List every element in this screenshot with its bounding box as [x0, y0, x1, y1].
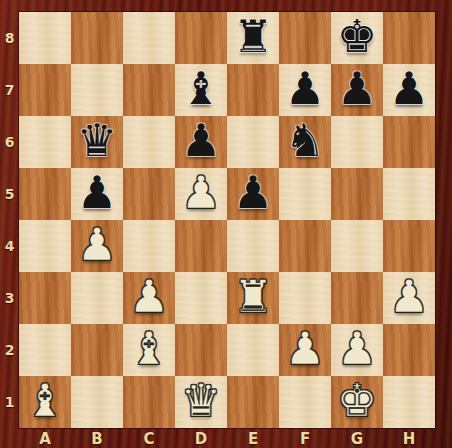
white-bishop-a1[interactable]: ♝ [19, 375, 71, 427]
square-f5[interactable] [279, 168, 331, 220]
square-g8[interactable]: ♚ [331, 12, 383, 64]
file-label-e: E [227, 429, 279, 448]
square-d2[interactable] [175, 324, 227, 376]
square-f6[interactable]: ♞ [279, 116, 331, 168]
square-f4[interactable] [279, 220, 331, 272]
square-g4[interactable] [331, 220, 383, 272]
rank-label-7: 7 [0, 64, 19, 116]
black-queen-b6[interactable]: ♛ [71, 115, 123, 167]
black-king-g8[interactable]: ♚ [331, 11, 383, 63]
white-pawn-d5[interactable]: ♟ [175, 167, 227, 219]
square-h3[interactable]: ♟ [383, 272, 435, 324]
file-label-b: B [71, 429, 123, 448]
file-label-g: G [331, 429, 383, 448]
white-pawn-c3[interactable]: ♟ [123, 271, 175, 323]
square-b5[interactable]: ♟ [71, 168, 123, 220]
square-h8[interactable] [383, 12, 435, 64]
white-queen-d1[interactable]: ♛ [175, 375, 227, 427]
square-d1[interactable]: ♛ [175, 376, 227, 428]
square-e7[interactable] [227, 64, 279, 116]
rank-label-4: 4 [0, 220, 19, 272]
square-b8[interactable] [71, 12, 123, 64]
square-b2[interactable] [71, 324, 123, 376]
square-e4[interactable] [227, 220, 279, 272]
file-label-c: C [123, 429, 175, 448]
square-g3[interactable] [331, 272, 383, 324]
square-a7[interactable] [19, 64, 71, 116]
square-a3[interactable] [19, 272, 71, 324]
square-b4[interactable]: ♟ [71, 220, 123, 272]
square-g5[interactable] [331, 168, 383, 220]
file-label-h: H [383, 429, 435, 448]
square-f8[interactable] [279, 12, 331, 64]
square-c8[interactable] [123, 12, 175, 64]
square-a6[interactable] [19, 116, 71, 168]
square-d6[interactable]: ♟ [175, 116, 227, 168]
black-rook-e8[interactable]: ♜ [227, 11, 279, 63]
file-label-d: D [175, 429, 227, 448]
black-pawn-b5[interactable]: ♟ [71, 167, 123, 219]
white-pawn-h3[interactable]: ♟ [383, 271, 435, 323]
square-e2[interactable] [227, 324, 279, 376]
chess-board-frame: ♜♚♝♟♟♟♛♟♞♟♟♟♟♟♜♟♝♟♟♝♛♚ 87654321 ABCDEFGH [0, 0, 452, 448]
rank-label-8: 8 [0, 12, 19, 64]
square-g6[interactable] [331, 116, 383, 168]
square-a5[interactable] [19, 168, 71, 220]
black-pawn-h7[interactable]: ♟ [383, 63, 435, 115]
square-b1[interactable] [71, 376, 123, 428]
square-a1[interactable]: ♝ [19, 376, 71, 428]
square-e8[interactable]: ♜ [227, 12, 279, 64]
square-b3[interactable] [71, 272, 123, 324]
square-d3[interactable] [175, 272, 227, 324]
square-g1[interactable]: ♚ [331, 376, 383, 428]
square-a8[interactable] [19, 12, 71, 64]
square-e1[interactable] [227, 376, 279, 428]
file-label-f: F [279, 429, 331, 448]
square-c2[interactable]: ♝ [123, 324, 175, 376]
square-f1[interactable] [279, 376, 331, 428]
square-a2[interactable] [19, 324, 71, 376]
rank-label-6: 6 [0, 116, 19, 168]
square-h5[interactable] [383, 168, 435, 220]
black-pawn-f7[interactable]: ♟ [279, 63, 331, 115]
black-bishop-d7[interactable]: ♝ [175, 63, 227, 115]
square-c6[interactable] [123, 116, 175, 168]
square-f2[interactable]: ♟ [279, 324, 331, 376]
rank-label-5: 5 [0, 168, 19, 220]
rank-label-2: 2 [0, 324, 19, 376]
square-d5[interactable]: ♟ [175, 168, 227, 220]
white-pawn-g2[interactable]: ♟ [331, 323, 383, 375]
black-pawn-g7[interactable]: ♟ [331, 63, 383, 115]
square-a4[interactable] [19, 220, 71, 272]
white-king-g1[interactable]: ♚ [331, 375, 383, 427]
black-knight-f6[interactable]: ♞ [279, 115, 331, 167]
square-g2[interactable]: ♟ [331, 324, 383, 376]
white-pawn-f2[interactable]: ♟ [279, 323, 331, 375]
rank-label-3: 3 [0, 272, 19, 324]
rank-label-1: 1 [0, 376, 19, 428]
square-f3[interactable] [279, 272, 331, 324]
square-b7[interactable] [71, 64, 123, 116]
chess-board: ♜♚♝♟♟♟♛♟♞♟♟♟♟♟♜♟♝♟♟♝♛♚ [19, 12, 435, 428]
square-c7[interactable] [123, 64, 175, 116]
black-pawn-d6[interactable]: ♟ [175, 115, 227, 167]
white-rook-e3[interactable]: ♜ [227, 271, 279, 323]
square-c4[interactable] [123, 220, 175, 272]
square-d7[interactable]: ♝ [175, 64, 227, 116]
square-e3[interactable]: ♜ [227, 272, 279, 324]
square-c3[interactable]: ♟ [123, 272, 175, 324]
square-h1[interactable] [383, 376, 435, 428]
square-h7[interactable]: ♟ [383, 64, 435, 116]
file-label-a: A [19, 429, 71, 448]
square-c5[interactable] [123, 168, 175, 220]
square-g7[interactable]: ♟ [331, 64, 383, 116]
square-h4[interactable] [383, 220, 435, 272]
square-b6[interactable]: ♛ [71, 116, 123, 168]
black-pawn-e5[interactable]: ♟ [227, 167, 279, 219]
white-bishop-c2[interactable]: ♝ [123, 323, 175, 375]
square-d4[interactable] [175, 220, 227, 272]
square-h2[interactable] [383, 324, 435, 376]
square-c1[interactable] [123, 376, 175, 428]
square-e6[interactable] [227, 116, 279, 168]
square-h6[interactable] [383, 116, 435, 168]
white-pawn-b4[interactable]: ♟ [71, 219, 123, 271]
square-e5[interactable]: ♟ [227, 168, 279, 220]
square-d8[interactable] [175, 12, 227, 64]
square-f7[interactable]: ♟ [279, 64, 331, 116]
